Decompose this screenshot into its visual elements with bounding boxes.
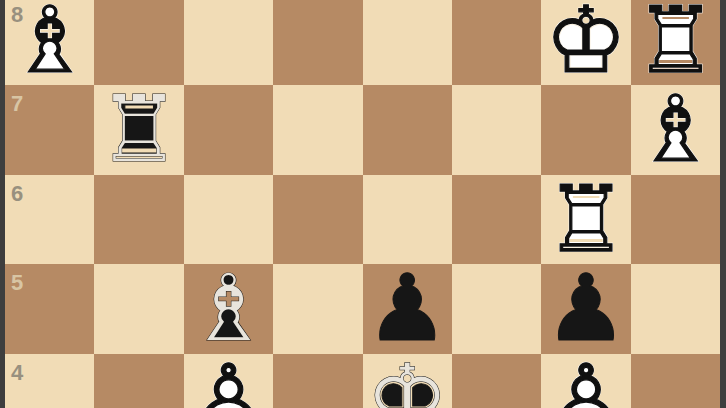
square-g6[interactable]: ♜♖: [541, 175, 630, 264]
black-bishop-glyph-fill: ♝: [184, 264, 273, 353]
square-c4[interactable]: ♟♙: [184, 354, 273, 408]
rank-label-7: 7: [11, 93, 23, 115]
white-king-glyph-fill: ♚: [541, 0, 630, 85]
white-rook-glyph-fill: ♜: [541, 175, 630, 264]
rank-label-4: 4: [11, 362, 23, 384]
board-left-border: [0, 0, 5, 408]
chessboard: 8♝♗♚♔♜♖7♜♖♝♗6♜♖5♝♗♟♟4♟♙♚♔♟♙: [0, 0, 726, 408]
square-a6[interactable]: 6: [5, 175, 94, 264]
piece-white-king[interactable]: ♚♔: [541, 0, 630, 85]
piece-white-pawn[interactable]: ♟♙: [184, 354, 273, 408]
white-king-glyph-outline: ♔: [541, 0, 630, 85]
square-c5[interactable]: ♝♗: [184, 264, 273, 353]
white-bishop-glyph-outline: ♗: [631, 85, 720, 174]
square-e7[interactable]: [363, 85, 452, 174]
square-g5[interactable]: ♟: [541, 264, 630, 353]
white-pawn-glyph-outline: ♙: [541, 354, 630, 408]
white-pawn-glyph-outline: ♙: [184, 354, 273, 408]
square-g4[interactable]: ♟♙: [541, 354, 630, 408]
white-pawn-glyph-fill: ♟: [184, 354, 273, 408]
white-bishop-glyph-fill: ♝: [631, 85, 720, 174]
piece-white-rook[interactable]: ♜♖: [631, 0, 720, 85]
white-rook-glyph-fill: ♜: [631, 0, 720, 85]
square-h8[interactable]: ♜♖: [631, 0, 720, 85]
square-b8[interactable]: [94, 0, 183, 85]
square-g8[interactable]: ♚♔: [541, 0, 630, 85]
piece-black-pawn[interactable]: ♟: [363, 264, 452, 353]
rank-label-6: 6: [11, 183, 23, 205]
square-b5[interactable]: [94, 264, 183, 353]
square-d5[interactable]: [273, 264, 362, 353]
white-rook-glyph-outline: ♖: [541, 175, 630, 264]
square-f6[interactable]: [452, 175, 541, 264]
square-a8[interactable]: 8♝♗: [5, 0, 94, 85]
square-d7[interactable]: [273, 85, 362, 174]
white-bishop-glyph-fill: ♝: [5, 0, 94, 85]
square-b7[interactable]: ♜♖: [94, 85, 183, 174]
square-d8[interactable]: [273, 0, 362, 85]
square-h4[interactable]: [631, 354, 720, 408]
square-e8[interactable]: [363, 0, 452, 85]
black-bishop-glyph-outline: ♗: [184, 264, 273, 353]
white-pawn-glyph-fill: ♟: [541, 354, 630, 408]
square-a7[interactable]: 7: [5, 85, 94, 174]
square-h6[interactable]: [631, 175, 720, 264]
piece-white-bishop[interactable]: ♝♗: [631, 85, 720, 174]
piece-black-bishop[interactable]: ♝♗: [184, 264, 273, 353]
square-g7[interactable]: [541, 85, 630, 174]
black-rook-glyph-outline: ♖: [94, 85, 183, 174]
square-f4[interactable]: [452, 354, 541, 408]
square-d4[interactable]: [273, 354, 362, 408]
square-a4[interactable]: 4: [5, 354, 94, 408]
piece-black-king[interactable]: ♚♔: [363, 354, 452, 408]
piece-white-bishop[interactable]: ♝♗: [5, 0, 94, 85]
rank-label-5: 5: [11, 272, 23, 294]
white-bishop-glyph-outline: ♗: [5, 0, 94, 85]
square-e6[interactable]: [363, 175, 452, 264]
black-pawn-glyph-fill: ♟: [541, 264, 630, 353]
piece-black-pawn[interactable]: ♟: [541, 264, 630, 353]
square-a5[interactable]: 5: [5, 264, 94, 353]
square-c6[interactable]: [184, 175, 273, 264]
black-rook-glyph-fill: ♜: [94, 85, 183, 174]
square-b4[interactable]: [94, 354, 183, 408]
piece-white-pawn[interactable]: ♟♙: [541, 354, 630, 408]
square-e5[interactable]: ♟: [363, 264, 452, 353]
square-f5[interactable]: [452, 264, 541, 353]
piece-black-rook[interactable]: ♜♖: [94, 85, 183, 174]
square-c7[interactable]: [184, 85, 273, 174]
square-c8[interactable]: [184, 0, 273, 85]
square-f8[interactable]: [452, 0, 541, 85]
square-e4[interactable]: ♚♔: [363, 354, 452, 408]
board-right-border: [720, 0, 726, 408]
square-h7[interactable]: ♝♗: [631, 85, 720, 174]
white-rook-glyph-outline: ♖: [631, 0, 720, 85]
black-king-glyph-outline: ♔: [363, 354, 452, 408]
piece-white-rook[interactable]: ♜♖: [541, 175, 630, 264]
board-grid: 8♝♗♚♔♜♖7♜♖♝♗6♜♖5♝♗♟♟4♟♙♚♔♟♙: [5, 0, 720, 408]
square-b6[interactable]: [94, 175, 183, 264]
black-king-glyph-fill: ♚: [363, 354, 452, 408]
square-d6[interactable]: [273, 175, 362, 264]
black-pawn-glyph-fill: ♟: [363, 264, 452, 353]
square-f7[interactable]: [452, 85, 541, 174]
square-h5[interactable]: [631, 264, 720, 353]
